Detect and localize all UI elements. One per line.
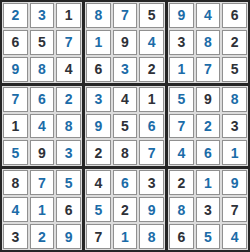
sudoku-box-4: 762148593 [2, 86, 82, 167]
cell-r6c4[interactable]: 2 [86, 140, 111, 165]
cell-r8c5[interactable]: 2 [113, 197, 138, 222]
cell-r8c8[interactable]: 3 [196, 197, 221, 222]
cell-r7c7[interactable]: 2 [169, 170, 194, 195]
sudoku-board: 2316579848751946329463821757621485933419… [0, 0, 250, 252]
cell-r4c6[interactable]: 1 [139, 87, 164, 112]
cell-r1c9[interactable]: 6 [222, 3, 247, 28]
cell-r4c7[interactable]: 5 [169, 87, 194, 112]
cell-r8c7[interactable]: 8 [169, 197, 194, 222]
cell-r9c3[interactable]: 9 [56, 224, 81, 249]
cell-r5c1[interactable]: 1 [3, 114, 28, 139]
cell-r6c7[interactable]: 4 [169, 140, 194, 165]
cell-r5c2[interactable]: 4 [30, 114, 55, 139]
cell-r8c1[interactable]: 4 [3, 197, 28, 222]
cell-r8c6[interactable]: 9 [139, 197, 164, 222]
cell-r1c2[interactable]: 3 [30, 3, 55, 28]
cell-r1c6[interactable]: 5 [139, 3, 164, 28]
cell-r1c3[interactable]: 1 [56, 3, 81, 28]
cell-r3c2[interactable]: 8 [30, 57, 55, 82]
cell-r3c8[interactable]: 7 [196, 57, 221, 82]
cell-r8c9[interactable]: 7 [222, 197, 247, 222]
cell-r2c2[interactable]: 5 [30, 30, 55, 55]
cell-r9c6[interactable]: 8 [139, 224, 164, 249]
cell-r3c4[interactable]: 6 [86, 57, 111, 82]
cell-r3c9[interactable]: 5 [222, 57, 247, 82]
cell-r6c1[interactable]: 5 [3, 140, 28, 165]
cell-r5c3[interactable]: 8 [56, 114, 81, 139]
cell-r9c2[interactable]: 2 [30, 224, 55, 249]
cell-r8c2[interactable]: 1 [30, 197, 55, 222]
cell-r2c8[interactable]: 8 [196, 30, 221, 55]
cell-r7c1[interactable]: 8 [3, 170, 28, 195]
cell-r9c9[interactable]: 4 [222, 224, 247, 249]
cell-r2c9[interactable]: 2 [222, 30, 247, 55]
cell-r9c1[interactable]: 3 [3, 224, 28, 249]
cell-r1c7[interactable]: 9 [169, 3, 194, 28]
cell-r1c5[interactable]: 7 [113, 3, 138, 28]
cell-r9c8[interactable]: 5 [196, 224, 221, 249]
cell-r7c6[interactable]: 3 [139, 170, 164, 195]
cell-r4c5[interactable]: 4 [113, 87, 138, 112]
cell-r7c4[interactable]: 4 [86, 170, 111, 195]
sudoku-box-6: 598723461 [168, 86, 248, 167]
cell-r3c7[interactable]: 1 [169, 57, 194, 82]
cell-r5c8[interactable]: 2 [196, 114, 221, 139]
cell-r8c3[interactable]: 6 [56, 197, 81, 222]
cell-r4c8[interactable]: 9 [196, 87, 221, 112]
cell-r7c8[interactable]: 1 [196, 170, 221, 195]
cell-r3c6[interactable]: 2 [139, 57, 164, 82]
cell-r5c7[interactable]: 7 [169, 114, 194, 139]
cell-r7c2[interactable]: 7 [30, 170, 55, 195]
cell-r6c8[interactable]: 6 [196, 140, 221, 165]
sudoku-box-7: 875416329 [2, 169, 82, 250]
cell-r5c9[interactable]: 3 [222, 114, 247, 139]
cell-r7c9[interactable]: 9 [222, 170, 247, 195]
cell-r7c5[interactable]: 6 [113, 170, 138, 195]
sudoku-box-9: 219837654 [168, 169, 248, 250]
sudoku-box-3: 946382175 [168, 2, 248, 83]
cell-r1c4[interactable]: 8 [86, 3, 111, 28]
cell-r1c1[interactable]: 2 [3, 3, 28, 28]
cell-r9c7[interactable]: 6 [169, 224, 194, 249]
cell-r1c8[interactable]: 4 [196, 3, 221, 28]
cell-r7c3[interactable]: 5 [56, 170, 81, 195]
cell-r3c3[interactable]: 4 [56, 57, 81, 82]
cell-r4c9[interactable]: 8 [222, 87, 247, 112]
sudoku-box-8: 463529718 [85, 169, 165, 250]
cell-r2c6[interactable]: 4 [139, 30, 164, 55]
cell-r4c2[interactable]: 6 [30, 87, 55, 112]
cell-r4c3[interactable]: 2 [56, 87, 81, 112]
cell-r2c4[interactable]: 1 [86, 30, 111, 55]
cell-r5c4[interactable]: 9 [86, 114, 111, 139]
cell-r3c1[interactable]: 9 [3, 57, 28, 82]
cell-r6c2[interactable]: 9 [30, 140, 55, 165]
sudoku-box-2: 875194632 [85, 2, 165, 83]
cell-r3c5[interactable]: 3 [113, 57, 138, 82]
cell-r2c1[interactable]: 6 [3, 30, 28, 55]
cell-r6c5[interactable]: 8 [113, 140, 138, 165]
cell-r9c5[interactable]: 1 [113, 224, 138, 249]
cell-r2c7[interactable]: 3 [169, 30, 194, 55]
cell-r2c3[interactable]: 7 [56, 30, 81, 55]
sudoku-box-5: 341956287 [85, 86, 165, 167]
cell-r4c1[interactable]: 7 [3, 87, 28, 112]
cell-r6c3[interactable]: 3 [56, 140, 81, 165]
cell-r6c6[interactable]: 7 [139, 140, 164, 165]
cell-r6c9[interactable]: 1 [222, 140, 247, 165]
sudoku-box-1: 231657984 [2, 2, 82, 83]
cell-r2c5[interactable]: 9 [113, 30, 138, 55]
cell-r8c4[interactable]: 5 [86, 197, 111, 222]
cell-r9c4[interactable]: 7 [86, 224, 111, 249]
cell-r5c6[interactable]: 6 [139, 114, 164, 139]
cell-r4c4[interactable]: 3 [86, 87, 111, 112]
cell-r5c5[interactable]: 5 [113, 114, 138, 139]
